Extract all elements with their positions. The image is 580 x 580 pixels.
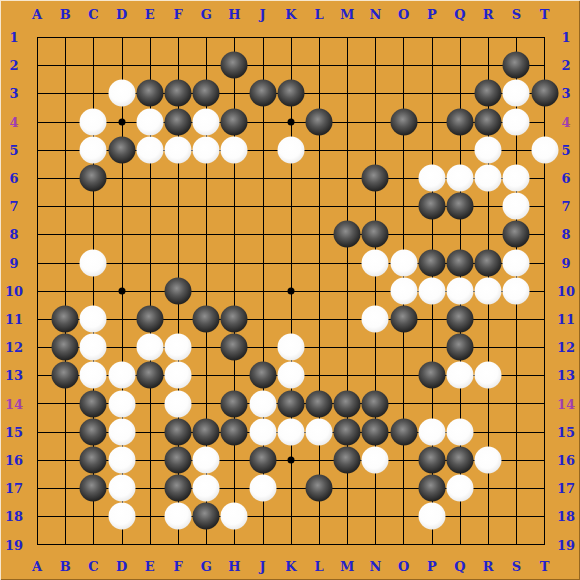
board-cell (516, 319, 544, 347)
black-stone-Q12[interactable] (447, 334, 474, 361)
column-label-bottom-O: O (398, 560, 409, 573)
white-stone-K15[interactable] (277, 418, 304, 445)
black-stone-C15[interactable] (80, 418, 107, 445)
star-point-D10 (118, 287, 125, 294)
black-stone-L17[interactable] (306, 475, 333, 502)
column-label-top-E: E (145, 8, 155, 21)
white-stone-O10[interactable] (390, 277, 417, 304)
board-cell (37, 234, 65, 262)
black-stone-K14[interactable] (277, 390, 304, 417)
black-stone-H4[interactable] (221, 108, 248, 135)
white-stone-Q10[interactable] (447, 277, 474, 304)
board-cell (319, 178, 347, 206)
board-cell (263, 178, 291, 206)
row-label-left-12: 12 (5, 341, 23, 354)
row-label-left-16: 16 (5, 454, 23, 467)
board-cell (263, 37, 291, 65)
column-label-bottom-H: H (228, 560, 240, 573)
white-stone-J17[interactable] (249, 475, 276, 502)
white-stone-L15[interactable] (306, 418, 333, 445)
board-cell (319, 150, 347, 178)
board-cell (375, 65, 403, 93)
board-cell (488, 319, 516, 347)
row-label-left-11: 11 (5, 313, 23, 326)
white-stone-P18[interactable] (418, 503, 445, 530)
white-stone-H18[interactable] (221, 503, 248, 530)
column-label-bottom-T: T (540, 560, 550, 573)
white-stone-J15[interactable] (249, 418, 276, 445)
white-stone-N16[interactable] (362, 447, 389, 474)
row-label-right-14: 14 (557, 397, 575, 410)
column-label-bottom-L: L (314, 560, 323, 573)
white-stone-H5[interactable] (221, 136, 248, 163)
board-cell (37, 432, 65, 460)
black-stone-R4[interactable] (475, 108, 502, 135)
board-cell (347, 37, 375, 65)
white-stone-S7[interactable] (503, 193, 530, 220)
board-cell (291, 178, 319, 206)
board-cell (234, 263, 262, 291)
black-stone-N6[interactable] (362, 165, 389, 192)
board-cell (234, 206, 262, 234)
black-stone-F4[interactable] (165, 108, 192, 135)
white-stone-C5[interactable] (80, 136, 107, 163)
board-cell (516, 488, 544, 516)
board-cell (488, 516, 516, 544)
black-stone-G3[interactable] (193, 80, 220, 107)
black-stone-F15[interactable] (165, 418, 192, 445)
black-stone-C17[interactable] (80, 475, 107, 502)
black-stone-P17[interactable] (418, 475, 445, 502)
column-label-top-O: O (398, 8, 409, 21)
black-stone-N15[interactable] (362, 418, 389, 445)
black-stone-M8[interactable] (334, 221, 361, 248)
board-cell (37, 150, 65, 178)
white-stone-S6[interactable] (503, 165, 530, 192)
black-stone-M14[interactable] (334, 390, 361, 417)
black-stone-G15[interactable] (193, 418, 220, 445)
column-label-top-R: R (483, 8, 494, 21)
black-stone-M16[interactable] (334, 447, 361, 474)
white-stone-S3[interactable] (503, 80, 530, 107)
black-stone-D5[interactable] (108, 136, 135, 163)
black-stone-N14[interactable] (362, 390, 389, 417)
black-stone-E11[interactable] (136, 306, 163, 333)
row-label-right-10: 10 (557, 284, 575, 297)
white-stone-D14[interactable] (108, 390, 135, 417)
board-cell (403, 37, 431, 65)
column-label-bottom-E: E (145, 560, 155, 573)
black-stone-Q7[interactable] (447, 193, 474, 220)
white-stone-D3[interactable] (108, 80, 135, 107)
black-stone-H12[interactable] (221, 334, 248, 361)
black-stone-Q16[interactable] (447, 447, 474, 474)
black-stone-B13[interactable] (52, 362, 79, 389)
board-cell (122, 37, 150, 65)
row-label-left-13: 13 (5, 369, 23, 382)
row-label-left-10: 10 (5, 284, 23, 297)
column-label-top-K: K (285, 8, 296, 21)
white-stone-C9[interactable] (80, 249, 107, 276)
board-cell (263, 263, 291, 291)
white-stone-R6[interactable] (475, 165, 502, 192)
board-cell (37, 122, 65, 150)
column-label-top-C: C (88, 8, 98, 21)
row-label-left-18: 18 (5, 510, 23, 523)
white-stone-K13[interactable] (277, 362, 304, 389)
column-label-top-F: F (173, 8, 182, 21)
column-label-top-P: P (427, 8, 437, 21)
board-cell (263, 206, 291, 234)
white-stone-R10[interactable] (475, 277, 502, 304)
white-stone-R13[interactable] (475, 362, 502, 389)
row-label-right-5: 5 (561, 143, 570, 156)
row-label-right-7: 7 (561, 200, 570, 213)
black-stone-L14[interactable] (306, 390, 333, 417)
white-stone-K12[interactable] (277, 334, 304, 361)
row-label-right-4: 4 (561, 115, 570, 128)
white-stone-P6[interactable] (418, 165, 445, 192)
column-label-top-N: N (369, 8, 381, 21)
board-cell (516, 375, 544, 403)
row-label-right-13: 13 (557, 369, 575, 382)
board-cell (263, 516, 291, 544)
black-stone-G11[interactable] (193, 306, 220, 333)
black-stone-B12[interactable] (52, 334, 79, 361)
board-cell (37, 93, 65, 121)
white-stone-Q6[interactable] (447, 165, 474, 192)
black-stone-O11[interactable] (390, 306, 417, 333)
black-stone-L4[interactable] (306, 108, 333, 135)
row-label-left-19: 19 (5, 538, 23, 551)
row-label-right-19: 19 (557, 538, 575, 551)
black-stone-K3[interactable] (277, 80, 304, 107)
board-cell (291, 234, 319, 262)
column-label-bottom-G: G (201, 560, 212, 573)
board-cell (375, 37, 403, 65)
board-cell (263, 234, 291, 262)
board-cell (122, 263, 150, 291)
column-label-top-L: L (314, 8, 323, 21)
row-label-left-3: 3 (9, 87, 18, 100)
column-label-bottom-K: K (285, 560, 296, 573)
black-stone-P7[interactable] (418, 193, 445, 220)
white-stone-E4[interactable] (136, 108, 163, 135)
board-cell (93, 206, 121, 234)
column-label-bottom-D: D (116, 560, 127, 573)
white-stone-Q15[interactable] (447, 418, 474, 445)
board-cell (37, 488, 65, 516)
white-stone-D17[interactable] (108, 475, 135, 502)
board-cell (319, 37, 347, 65)
white-stone-Q17[interactable] (447, 475, 474, 502)
white-stone-R16[interactable] (475, 447, 502, 474)
black-stone-E13[interactable] (136, 362, 163, 389)
black-stone-R3[interactable] (475, 80, 502, 107)
board-cell (319, 319, 347, 347)
board-cell (150, 37, 178, 65)
white-stone-E5[interactable] (136, 136, 163, 163)
black-stone-F3[interactable] (165, 80, 192, 107)
white-stone-F5[interactable] (165, 136, 192, 163)
black-stone-J3[interactable] (249, 80, 276, 107)
white-stone-K5[interactable] (277, 136, 304, 163)
board-cell (37, 37, 65, 65)
row-label-right-11: 11 (557, 313, 575, 326)
white-stone-D13[interactable] (108, 362, 135, 389)
board-cell (122, 178, 150, 206)
board-cell (150, 234, 178, 262)
white-stone-Q13[interactable] (447, 362, 474, 389)
black-stone-S8[interactable] (503, 221, 530, 248)
white-stone-C11[interactable] (80, 306, 107, 333)
board-cell (319, 291, 347, 319)
black-stone-T3[interactable] (531, 80, 558, 107)
column-label-top-D: D (116, 8, 127, 21)
board-cell (319, 65, 347, 93)
board-cell (178, 206, 206, 234)
white-stone-J14[interactable] (249, 390, 276, 417)
white-stone-G17[interactable] (193, 475, 220, 502)
row-label-right-16: 16 (557, 454, 575, 467)
column-label-bottom-N: N (369, 560, 381, 573)
white-stone-D18[interactable] (108, 503, 135, 530)
column-label-top-T: T (540, 8, 550, 21)
board-cell (347, 65, 375, 93)
black-stone-P9[interactable] (418, 249, 445, 276)
column-label-bottom-A: A (32, 560, 42, 573)
black-stone-J16[interactable] (249, 447, 276, 474)
row-label-right-1: 1 (561, 31, 570, 44)
column-label-bottom-J: J (260, 560, 266, 573)
board-cell (291, 291, 319, 319)
board-cell (347, 122, 375, 150)
board-cell (122, 234, 150, 262)
black-stone-M15[interactable] (334, 418, 361, 445)
white-stone-D16[interactable] (108, 447, 135, 474)
black-stone-C14[interactable] (80, 390, 107, 417)
row-label-left-1: 1 (9, 31, 18, 44)
column-label-bottom-Q: Q (454, 560, 465, 573)
board-cell (65, 37, 93, 65)
star-point-D4 (118, 118, 125, 125)
board-cell (375, 347, 403, 375)
board-cell (37, 460, 65, 488)
board-cell (403, 65, 431, 93)
white-stone-P15[interactable] (418, 418, 445, 445)
board-cell (37, 516, 65, 544)
row-label-left-14: 14 (5, 397, 23, 410)
white-stone-F14[interactable] (165, 390, 192, 417)
column-label-bottom-C: C (88, 560, 98, 573)
column-label-top-J: J (260, 8, 266, 21)
column-label-bottom-M: M (340, 560, 354, 573)
board-cell (375, 516, 403, 544)
board-cell (234, 234, 262, 262)
board-cell (234, 178, 262, 206)
white-stone-O9[interactable] (390, 249, 417, 276)
board-cell (319, 347, 347, 375)
board-cell (347, 93, 375, 121)
board-cell (347, 347, 375, 375)
column-label-top-Q: Q (454, 8, 465, 21)
black-stone-H2[interactable] (221, 52, 248, 79)
board-cell (432, 65, 460, 93)
board-cell (291, 263, 319, 291)
board-cell (460, 516, 488, 544)
board-cell (516, 516, 544, 544)
black-stone-O15[interactable] (390, 418, 417, 445)
board-cell (65, 516, 93, 544)
white-stone-G5[interactable] (193, 136, 220, 163)
board-cell (206, 178, 234, 206)
board-cell (347, 516, 375, 544)
column-label-bottom-F: F (173, 560, 182, 573)
board-cell (319, 263, 347, 291)
board-cell (319, 516, 347, 544)
row-label-right-2: 2 (561, 59, 570, 72)
board-cell (516, 460, 544, 488)
board-cell (122, 206, 150, 234)
white-stone-S10[interactable] (503, 277, 530, 304)
column-label-top-G: G (201, 8, 212, 21)
board-cell (37, 206, 65, 234)
board-cell (65, 65, 93, 93)
board-cell (291, 37, 319, 65)
black-stone-E3[interactable] (136, 80, 163, 107)
black-stone-H11[interactable] (221, 306, 248, 333)
black-stone-H14[interactable] (221, 390, 248, 417)
board-cell (375, 488, 403, 516)
board-cell (150, 206, 178, 234)
row-label-right-6: 6 (561, 172, 570, 185)
white-stone-C12[interactable] (80, 334, 107, 361)
board-cell (178, 234, 206, 262)
board-cell (460, 37, 488, 65)
board-cell (206, 234, 234, 262)
white-stone-D15[interactable] (108, 418, 135, 445)
black-stone-H15[interactable] (221, 418, 248, 445)
row-label-right-17: 17 (557, 482, 575, 495)
board-cell (178, 37, 206, 65)
black-stone-J13[interactable] (249, 362, 276, 389)
board-cell (206, 263, 234, 291)
board-cell (178, 178, 206, 206)
black-stone-N8[interactable] (362, 221, 389, 248)
white-stone-R5[interactable] (475, 136, 502, 163)
row-label-right-18: 18 (557, 510, 575, 523)
board-cell (37, 178, 65, 206)
white-stone-S4[interactable] (503, 108, 530, 135)
board-cell (37, 263, 65, 291)
black-stone-S2[interactable] (503, 52, 530, 79)
white-stone-F13[interactable] (165, 362, 192, 389)
black-stone-F16[interactable] (165, 447, 192, 474)
black-stone-C6[interactable] (80, 165, 107, 192)
row-label-left-5: 5 (9, 143, 18, 156)
black-stone-R9[interactable] (475, 249, 502, 276)
star-point-K16 (287, 457, 294, 464)
row-label-right-9: 9 (561, 256, 570, 269)
column-label-bottom-B: B (60, 560, 71, 573)
go-board-app: AABBCCDDEEFFGGHHJJKKLLMMNNOOPPQQRRSSTT11… (0, 0, 580, 580)
black-stone-F17[interactable] (165, 475, 192, 502)
row-label-left-2: 2 (9, 59, 18, 72)
black-stone-G18[interactable] (193, 503, 220, 530)
black-stone-Q9[interactable] (447, 249, 474, 276)
white-stone-S9[interactable] (503, 249, 530, 276)
column-label-top-M: M (340, 8, 354, 21)
board-cell (291, 516, 319, 544)
white-stone-T5[interactable] (531, 136, 558, 163)
board-cell (150, 178, 178, 206)
board-cell (488, 488, 516, 516)
black-stone-B11[interactable] (52, 306, 79, 333)
row-label-left-6: 6 (9, 172, 18, 185)
white-stone-F18[interactable] (165, 503, 192, 530)
white-stone-C13[interactable] (80, 362, 107, 389)
row-label-right-15: 15 (557, 425, 575, 438)
board-cell (516, 347, 544, 375)
column-label-top-S: S (512, 8, 521, 21)
column-label-bottom-S: S (512, 560, 521, 573)
board-cell (206, 206, 234, 234)
board-cell (93, 37, 121, 65)
black-stone-P16[interactable] (418, 447, 445, 474)
board-cell (347, 488, 375, 516)
white-stone-C4[interactable] (80, 108, 107, 135)
black-stone-C16[interactable] (80, 447, 107, 474)
black-stone-O4[interactable] (390, 108, 417, 135)
black-stone-F10[interactable] (165, 277, 192, 304)
board-cell (291, 206, 319, 234)
white-stone-N11[interactable] (362, 306, 389, 333)
column-label-top-A: A (32, 8, 42, 21)
white-stone-E12[interactable] (136, 334, 163, 361)
board-cell (516, 403, 544, 431)
board-cell (263, 291, 291, 319)
row-label-left-4: 4 (9, 115, 18, 128)
row-label-right-12: 12 (557, 341, 575, 354)
row-label-left-17: 17 (5, 482, 23, 495)
star-point-K4 (287, 118, 294, 125)
star-point-K10 (287, 287, 294, 294)
column-label-top-B: B (60, 8, 71, 21)
board-cell (37, 65, 65, 93)
white-stone-F12[interactable] (165, 334, 192, 361)
white-stone-P10[interactable] (418, 277, 445, 304)
board-cell (37, 403, 65, 431)
black-stone-Q11[interactable] (447, 306, 474, 333)
row-label-left-9: 9 (9, 256, 18, 269)
board-cell (488, 403, 516, 431)
white-stone-N9[interactable] (362, 249, 389, 276)
row-label-left-7: 7 (9, 200, 18, 213)
white-stone-G4[interactable] (193, 108, 220, 135)
row-label-right-8: 8 (561, 228, 570, 241)
row-label-right-3: 3 (561, 87, 570, 100)
column-label-bottom-P: P (427, 560, 437, 573)
black-stone-P13[interactable] (418, 362, 445, 389)
board-cell (65, 206, 93, 234)
white-stone-G16[interactable] (193, 447, 220, 474)
column-label-top-H: H (228, 8, 240, 21)
column-label-bottom-R: R (483, 560, 494, 573)
board-cell (432, 37, 460, 65)
black-stone-Q4[interactable] (447, 108, 474, 135)
row-label-left-15: 15 (5, 425, 23, 438)
row-label-left-8: 8 (9, 228, 18, 241)
